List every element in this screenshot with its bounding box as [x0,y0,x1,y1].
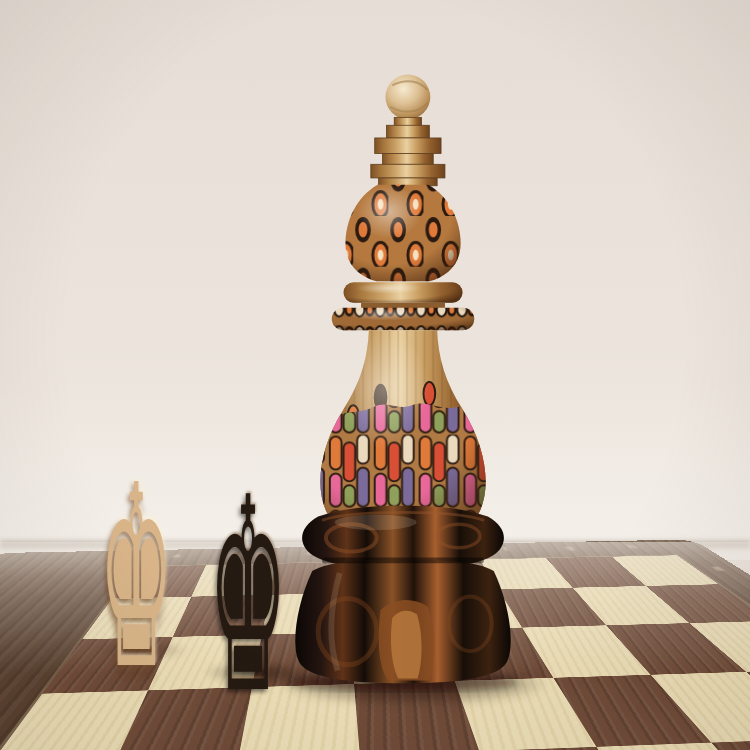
board-square [238,684,360,750]
board-square [191,564,275,597]
board-square [347,591,437,632]
file-coord-label: c [276,549,344,560]
wall-backdrop [0,0,750,560]
board-square [252,632,354,687]
file-coord-label: g [535,544,608,555]
file-coord-label: d [343,548,411,559]
scene: abcdefgh 87654321 ♚ ♚ [0,0,750,750]
file-coord-label: e [408,547,478,558]
board-square [344,561,423,593]
file-coord-label: f [472,546,543,557]
board-square [270,562,347,595]
board-squares [0,555,750,750]
board-square [262,593,350,635]
file-coord-label: b [208,551,278,562]
chessboard: abcdefgh 87654321 [0,539,750,750]
file-coord-label: h [597,543,672,553]
file-coord-label: a [138,552,212,563]
